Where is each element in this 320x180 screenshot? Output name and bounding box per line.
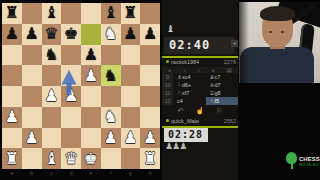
player-name-black[interactable]: ractick1984 bbox=[171, 59, 199, 65]
webcam-view bbox=[239, 2, 320, 83]
black-N: ♞ bbox=[103, 68, 117, 84]
square-d5[interactable] bbox=[61, 65, 81, 86]
move-white[interactable]: ♘xf7 bbox=[173, 89, 206, 97]
black-R: ♜ bbox=[123, 5, 137, 21]
clock-black: 02:40 bbox=[164, 37, 235, 54]
white-P: ♟ bbox=[64, 88, 78, 104]
square-b2[interactable]: ♟ bbox=[22, 128, 42, 149]
square-f4[interactable] bbox=[101, 86, 121, 107]
white-P: ♟ bbox=[84, 68, 98, 84]
square-f5[interactable]: ♞ bbox=[101, 65, 121, 86]
logo-tree-icon bbox=[286, 152, 297, 172]
move-black[interactable]: ♘f5 bbox=[206, 97, 239, 105]
draw-offer-icon[interactable]: ☝ bbox=[195, 106, 204, 116]
move-white[interactable]: c4 bbox=[173, 97, 206, 105]
white-R: ♜ bbox=[5, 151, 19, 167]
online-dot bbox=[166, 60, 169, 63]
square-g4[interactable] bbox=[121, 86, 141, 107]
square-g1[interactable] bbox=[121, 148, 141, 169]
player-rating-black: 2276 bbox=[224, 58, 236, 67]
move-number: 10 bbox=[162, 81, 173, 89]
square-g3[interactable] bbox=[121, 107, 141, 128]
square-g7[interactable]: ♟ bbox=[121, 24, 141, 45]
square-e2[interactable] bbox=[81, 128, 101, 149]
square-h6[interactable] bbox=[140, 45, 160, 66]
white-P: ♟ bbox=[44, 88, 58, 104]
square-d8[interactable] bbox=[61, 3, 81, 24]
logo-text-1: CHESS bbox=[299, 156, 320, 163]
move-row: 10♘d6+♔d7 bbox=[162, 81, 238, 89]
stream-frame: ♜♝♝♜♟♟♛♚♞♟♟♞♟♟♞♟♟♟♞♟♟♟♟♜♝♛♚♜ abcdefgh ♝ … bbox=[0, 0, 320, 180]
square-d2[interactable] bbox=[61, 128, 81, 149]
player-name-white[interactable]: quick_Mate bbox=[171, 118, 199, 124]
black-B: ♝ bbox=[44, 5, 58, 21]
move-number: 9 bbox=[162, 73, 173, 81]
eye bbox=[281, 31, 284, 33]
move-white[interactable]: ♗xc4 bbox=[173, 73, 206, 81]
file-label-c: c bbox=[42, 169, 62, 177]
square-b7[interactable]: ♟ bbox=[22, 24, 42, 45]
white-B: ♝ bbox=[44, 151, 58, 167]
square-h5[interactable] bbox=[140, 65, 160, 86]
square-b8[interactable] bbox=[22, 3, 42, 24]
eye bbox=[269, 31, 272, 33]
white-P: ♟ bbox=[24, 130, 38, 146]
square-h1[interactable]: ♜ bbox=[140, 148, 160, 169]
game-action-bar: ↶☝⚐ bbox=[162, 106, 238, 116]
square-d6[interactable] bbox=[61, 45, 81, 66]
square-g2[interactable]: ♟ bbox=[121, 128, 141, 149]
streamer-hair bbox=[260, 6, 295, 21]
square-a7[interactable]: ♟ bbox=[2, 24, 22, 45]
black-P: ♟ bbox=[5, 26, 19, 42]
square-h3[interactable] bbox=[140, 107, 160, 128]
move-row: 11♘xf7♖g8 bbox=[162, 89, 238, 97]
square-e4[interactable] bbox=[81, 86, 101, 107]
player-row-white: quick_Mate 2562 bbox=[162, 117, 238, 126]
move-white[interactable]: ♘d6+ bbox=[173, 81, 206, 89]
vignette bbox=[239, 2, 249, 83]
move-row: 9♗xc4♕c7 bbox=[162, 73, 238, 81]
square-c4[interactable]: ♟ bbox=[42, 86, 62, 107]
board-file-labels: abcdefgh bbox=[2, 169, 160, 177]
square-a4[interactable] bbox=[2, 86, 22, 107]
file-label-g: g bbox=[121, 169, 141, 177]
captured-pieces-bottom: ♟♟♟ bbox=[165, 141, 186, 152]
file-label-f: f bbox=[101, 169, 121, 177]
square-b1[interactable] bbox=[22, 148, 42, 169]
move-list: 9♗xc4♕c710♘d6+♔d711♘xf7♖g812c4♘f5 bbox=[162, 73, 238, 105]
takeback-icon[interactable]: ↶ bbox=[178, 106, 184, 116]
black-P: ♟ bbox=[84, 47, 98, 63]
square-b3[interactable] bbox=[22, 107, 42, 128]
square-f7[interactable]: ♞ bbox=[101, 24, 121, 45]
square-g8[interactable]: ♜ bbox=[121, 3, 141, 24]
square-b6[interactable] bbox=[22, 45, 42, 66]
white-P: ♟ bbox=[143, 130, 157, 146]
black-K: ♚ bbox=[64, 26, 78, 42]
move-black[interactable]: ♖g8 bbox=[206, 89, 239, 97]
square-d7[interactable]: ♚ bbox=[61, 24, 81, 45]
square-h8[interactable] bbox=[140, 3, 160, 24]
square-c8[interactable]: ♝ bbox=[42, 3, 62, 24]
square-e5[interactable]: ♟ bbox=[81, 65, 101, 86]
square-d1[interactable]: ♛ bbox=[61, 148, 81, 169]
square-c6[interactable]: ♞ bbox=[42, 45, 62, 66]
black-P: ♟ bbox=[24, 26, 38, 42]
square-g6[interactable] bbox=[121, 45, 141, 66]
square-c2[interactable] bbox=[42, 128, 62, 149]
move-row: 12c4♘f5 bbox=[162, 97, 238, 105]
online-dot bbox=[166, 119, 169, 122]
square-e8[interactable] bbox=[81, 3, 101, 24]
chess-board[interactable]: ♜♝♝♜♟♟♛♚♞♟♟♞♟♟♞♟♟♟♞♟♟♟♟♜♝♛♚♜ bbox=[2, 3, 160, 169]
move-number: 12 bbox=[162, 97, 173, 105]
move-black[interactable]: ♕c7 bbox=[206, 73, 239, 81]
file-label-b: b bbox=[22, 169, 42, 177]
black-P: ♟ bbox=[143, 26, 157, 42]
square-h2[interactable]: ♟ bbox=[140, 128, 160, 149]
square-f8[interactable]: ♝ bbox=[101, 3, 121, 24]
white-N: ♞ bbox=[103, 109, 117, 125]
square-a8[interactable]: ♜ bbox=[2, 3, 22, 24]
square-e1[interactable]: ♚ bbox=[81, 148, 101, 169]
square-f1[interactable] bbox=[101, 148, 121, 169]
clock-white-active: 02:28 bbox=[164, 128, 208, 142]
square-f6[interactable] bbox=[101, 45, 121, 66]
square-a2[interactable] bbox=[2, 128, 22, 149]
square-c3[interactable] bbox=[42, 107, 62, 128]
square-c5[interactable] bbox=[42, 65, 62, 86]
add-time-button[interactable]: + bbox=[231, 40, 238, 47]
logo-text-2: WOOD.RU bbox=[299, 163, 320, 167]
white-N: ♞ bbox=[103, 26, 117, 42]
player-rating-white: 2562 bbox=[224, 117, 236, 126]
move-black[interactable]: ♔d7 bbox=[206, 81, 239, 89]
move-number: 11 bbox=[162, 89, 173, 97]
player-row-black: ractick1984 2276 bbox=[162, 58, 238, 67]
square-e3[interactable] bbox=[81, 107, 101, 128]
square-e6[interactable]: ♟ bbox=[81, 45, 101, 66]
streamer-torso bbox=[240, 47, 314, 83]
white-P: ♟ bbox=[123, 130, 137, 146]
square-a1[interactable]: ♜ bbox=[2, 148, 22, 169]
square-c1[interactable]: ♝ bbox=[42, 148, 62, 169]
resign-flag-icon[interactable]: ⚐ bbox=[216, 106, 222, 116]
square-f3[interactable]: ♞ bbox=[101, 107, 121, 128]
square-g5[interactable] bbox=[121, 65, 141, 86]
channel-logo: CHESS WOOD.RU bbox=[286, 148, 320, 175]
white-R: ♜ bbox=[143, 151, 157, 167]
square-a5[interactable] bbox=[2, 65, 22, 86]
captured-pieces-top: ♝ bbox=[166, 23, 175, 35]
square-c7[interactable]: ♛ bbox=[42, 24, 62, 45]
white-P: ♟ bbox=[103, 130, 117, 146]
file-label-a: a bbox=[2, 169, 22, 177]
square-a3[interactable]: ♟ bbox=[2, 107, 22, 128]
file-label-d: d bbox=[61, 169, 81, 177]
white-P: ♟ bbox=[5, 109, 19, 125]
square-h7[interactable]: ♟ bbox=[140, 24, 160, 45]
game-panel: ♝ 02:40 + ractick1984 2276 «‹›»▤ 9♗xc4♕c… bbox=[162, 0, 238, 180]
square-b5[interactable] bbox=[22, 65, 42, 86]
file-label-e: e bbox=[81, 169, 101, 177]
black-P: ♟ bbox=[123, 26, 137, 42]
square-b4[interactable] bbox=[22, 86, 42, 107]
black-R: ♜ bbox=[5, 5, 19, 21]
white-K: ♚ bbox=[84, 151, 98, 167]
black-N: ♞ bbox=[44, 47, 58, 63]
white-Q: ♛ bbox=[64, 151, 78, 167]
black-B: ♝ bbox=[103, 5, 117, 21]
square-d4[interactable]: ♟ bbox=[61, 86, 81, 107]
square-h4[interactable] bbox=[140, 86, 160, 107]
file-label-h: h bbox=[140, 169, 160, 177]
black-Q: ♛ bbox=[44, 26, 58, 42]
square-e7[interactable] bbox=[81, 24, 101, 45]
square-d3[interactable] bbox=[61, 107, 81, 128]
square-a6[interactable] bbox=[2, 45, 22, 66]
square-f2[interactable]: ♟ bbox=[101, 128, 121, 149]
